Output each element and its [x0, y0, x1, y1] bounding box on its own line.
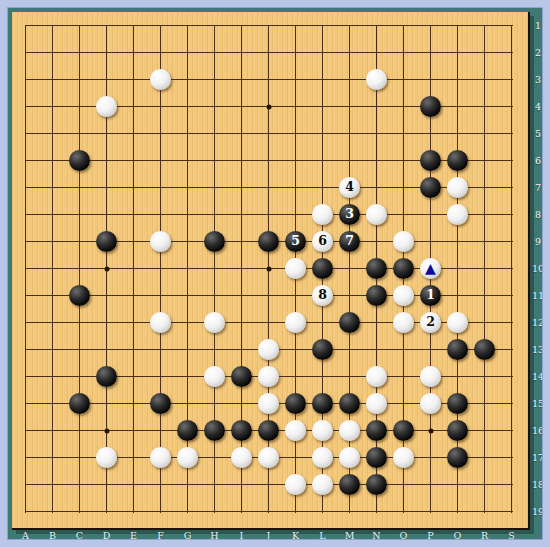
board-point-A14[interactable] [12, 363, 39, 390]
board-point-C19[interactable] [66, 498, 93, 525]
board-point-S1[interactable] [498, 12, 525, 39]
board-point-S14[interactable] [498, 363, 525, 390]
board-point-L1[interactable] [309, 12, 336, 39]
board-point-Q17[interactable] [444, 444, 471, 471]
board-point-N10[interactable] [363, 255, 390, 282]
board-point-A15[interactable] [12, 390, 39, 417]
board-point-G15[interactable] [174, 390, 201, 417]
board-point-H5[interactable] [201, 120, 228, 147]
board-point-I14[interactable] [228, 363, 255, 390]
board-point-P3[interactable] [417, 66, 444, 93]
board-point-R10[interactable] [471, 255, 498, 282]
board-point-D7[interactable] [93, 174, 120, 201]
board-point-B7[interactable] [39, 174, 66, 201]
board-point-E18[interactable] [120, 471, 147, 498]
board-point-B9[interactable] [39, 228, 66, 255]
board-point-M5[interactable] [336, 120, 363, 147]
board-point-S3[interactable] [498, 66, 525, 93]
board-point-E8[interactable] [120, 201, 147, 228]
board-point-A6[interactable] [12, 147, 39, 174]
board-point-E3[interactable] [120, 66, 147, 93]
board-point-H1[interactable] [201, 12, 228, 39]
board-point-K5[interactable] [282, 120, 309, 147]
board-point-A9[interactable] [12, 228, 39, 255]
board-point-D1[interactable] [93, 12, 120, 39]
board-point-Q5[interactable] [444, 120, 471, 147]
board-point-F15[interactable] [147, 390, 174, 417]
board-point-L10[interactable] [309, 255, 336, 282]
board-point-P7[interactable] [417, 174, 444, 201]
board-point-P19[interactable] [417, 498, 444, 525]
board-point-G18[interactable] [174, 471, 201, 498]
board-point-O7[interactable] [390, 174, 417, 201]
board-point-O5[interactable] [390, 120, 417, 147]
board-point-N17[interactable] [363, 444, 390, 471]
board-point-O3[interactable] [390, 66, 417, 93]
board-point-S11[interactable] [498, 282, 525, 309]
board-point-P9[interactable] [417, 228, 444, 255]
board-point-J16[interactable] [255, 417, 282, 444]
board-point-D8[interactable] [93, 201, 120, 228]
board-point-P13[interactable] [417, 336, 444, 363]
board-point-J18[interactable] [255, 471, 282, 498]
board-point-C2[interactable] [66, 39, 93, 66]
board-point-L2[interactable] [309, 39, 336, 66]
board-point-C11[interactable] [66, 282, 93, 309]
board-point-G16[interactable] [174, 417, 201, 444]
board-point-E16[interactable] [120, 417, 147, 444]
board-point-D13[interactable] [93, 336, 120, 363]
board-point-O19[interactable] [390, 498, 417, 525]
board-point-D14[interactable] [93, 363, 120, 390]
board-point-M4[interactable] [336, 93, 363, 120]
board-point-J2[interactable] [255, 39, 282, 66]
board-point-B8[interactable] [39, 201, 66, 228]
board-point-D2[interactable] [93, 39, 120, 66]
board-point-F6[interactable] [147, 147, 174, 174]
board-point-Q11[interactable] [444, 282, 471, 309]
board-point-G13[interactable] [174, 336, 201, 363]
board-point-C16[interactable] [66, 417, 93, 444]
board-point-R18[interactable] [471, 471, 498, 498]
board-point-C1[interactable] [66, 12, 93, 39]
board-point-M8[interactable]: 3 [336, 201, 363, 228]
board-point-O17[interactable] [390, 444, 417, 471]
board-point-R8[interactable] [471, 201, 498, 228]
board-point-K6[interactable] [282, 147, 309, 174]
board-point-L15[interactable] [309, 390, 336, 417]
board-point-D6[interactable] [93, 147, 120, 174]
board-point-P2[interactable] [417, 39, 444, 66]
board-point-K2[interactable] [282, 39, 309, 66]
board-point-L6[interactable] [309, 147, 336, 174]
board-point-L17[interactable] [309, 444, 336, 471]
board-point-C9[interactable] [66, 228, 93, 255]
board-point-C3[interactable] [66, 66, 93, 93]
board-point-I19[interactable] [228, 498, 255, 525]
board-point-F13[interactable] [147, 336, 174, 363]
board-point-R11[interactable] [471, 282, 498, 309]
board-point-E7[interactable] [120, 174, 147, 201]
board-point-Q13[interactable] [444, 336, 471, 363]
board-point-N2[interactable] [363, 39, 390, 66]
board-point-S5[interactable] [498, 120, 525, 147]
board-point-N14[interactable] [363, 363, 390, 390]
board-point-M9[interactable]: 7 [336, 228, 363, 255]
board-point-S17[interactable] [498, 444, 525, 471]
board-point-P1[interactable] [417, 12, 444, 39]
board-point-E19[interactable] [120, 498, 147, 525]
board-point-E9[interactable] [120, 228, 147, 255]
board-point-I11[interactable] [228, 282, 255, 309]
board-point-M17[interactable] [336, 444, 363, 471]
board-point-H6[interactable] [201, 147, 228, 174]
board-point-S8[interactable] [498, 201, 525, 228]
board-point-C5[interactable] [66, 120, 93, 147]
board-point-N4[interactable] [363, 93, 390, 120]
board-point-M7[interactable]: 4 [336, 174, 363, 201]
board-point-N15[interactable] [363, 390, 390, 417]
board-point-A5[interactable] [12, 120, 39, 147]
board-point-L14[interactable] [309, 363, 336, 390]
board-point-J6[interactable] [255, 147, 282, 174]
board-point-C7[interactable] [66, 174, 93, 201]
board-point-E2[interactable] [120, 39, 147, 66]
board-point-B15[interactable] [39, 390, 66, 417]
board-point-H18[interactable] [201, 471, 228, 498]
board-point-M14[interactable] [336, 363, 363, 390]
board-point-B10[interactable] [39, 255, 66, 282]
board-point-I10[interactable] [228, 255, 255, 282]
board-point-K13[interactable] [282, 336, 309, 363]
board-point-G5[interactable] [174, 120, 201, 147]
board-point-M18[interactable] [336, 471, 363, 498]
board-point-G12[interactable] [174, 309, 201, 336]
board-point-A10[interactable] [12, 255, 39, 282]
board-point-O18[interactable] [390, 471, 417, 498]
board-point-F11[interactable] [147, 282, 174, 309]
board-point-Q9[interactable] [444, 228, 471, 255]
board-point-H17[interactable] [201, 444, 228, 471]
board-point-J9[interactable] [255, 228, 282, 255]
board-point-E13[interactable] [120, 336, 147, 363]
board-point-O14[interactable] [390, 363, 417, 390]
board-point-O15[interactable] [390, 390, 417, 417]
board-point-H8[interactable] [201, 201, 228, 228]
board-point-B12[interactable] [39, 309, 66, 336]
board-point-G10[interactable] [174, 255, 201, 282]
board-point-I15[interactable] [228, 390, 255, 417]
board-point-R12[interactable] [471, 309, 498, 336]
board-point-L11[interactable]: 8 [309, 282, 336, 309]
board-point-M3[interactable] [336, 66, 363, 93]
board-point-E11[interactable] [120, 282, 147, 309]
board-point-C4[interactable] [66, 93, 93, 120]
board-point-G8[interactable] [174, 201, 201, 228]
board-point-A18[interactable] [12, 471, 39, 498]
board-point-K8[interactable] [282, 201, 309, 228]
board-point-N18[interactable] [363, 471, 390, 498]
board-point-H16[interactable] [201, 417, 228, 444]
board-point-J19[interactable] [255, 498, 282, 525]
board-point-B11[interactable] [39, 282, 66, 309]
board-point-K10[interactable] [282, 255, 309, 282]
board-point-F7[interactable] [147, 174, 174, 201]
board-point-J1[interactable] [255, 12, 282, 39]
board-point-A11[interactable] [12, 282, 39, 309]
board-point-K9[interactable]: 5 [282, 228, 309, 255]
board-point-S7[interactable] [498, 174, 525, 201]
board-point-K16[interactable] [282, 417, 309, 444]
board-point-R17[interactable] [471, 444, 498, 471]
board-point-I4[interactable] [228, 93, 255, 120]
board-point-O2[interactable] [390, 39, 417, 66]
board-point-O13[interactable] [390, 336, 417, 363]
board-point-L4[interactable] [309, 93, 336, 120]
board-point-I13[interactable] [228, 336, 255, 363]
board-point-Q18[interactable] [444, 471, 471, 498]
board-point-L13[interactable] [309, 336, 336, 363]
board-point-I7[interactable] [228, 174, 255, 201]
board-point-S13[interactable] [498, 336, 525, 363]
board-point-A16[interactable] [12, 417, 39, 444]
board-point-H4[interactable] [201, 93, 228, 120]
board-point-C13[interactable] [66, 336, 93, 363]
board-point-E5[interactable] [120, 120, 147, 147]
board-point-M2[interactable] [336, 39, 363, 66]
board-point-M10[interactable] [336, 255, 363, 282]
board-point-R1[interactable] [471, 12, 498, 39]
board-point-M6[interactable] [336, 147, 363, 174]
board-point-H11[interactable] [201, 282, 228, 309]
board-point-Q4[interactable] [444, 93, 471, 120]
board-point-Q14[interactable] [444, 363, 471, 390]
board-point-A4[interactable] [12, 93, 39, 120]
board-point-N16[interactable] [363, 417, 390, 444]
board-point-O12[interactable] [390, 309, 417, 336]
board-point-S16[interactable] [498, 417, 525, 444]
board-point-F8[interactable] [147, 201, 174, 228]
board-point-I12[interactable] [228, 309, 255, 336]
board-point-P14[interactable] [417, 363, 444, 390]
board-point-P6[interactable] [417, 147, 444, 174]
board-point-H9[interactable] [201, 228, 228, 255]
board-point-S15[interactable] [498, 390, 525, 417]
board-point-P10[interactable]: ▲ [417, 255, 444, 282]
board-point-E14[interactable] [120, 363, 147, 390]
board-point-H14[interactable] [201, 363, 228, 390]
board-point-D3[interactable] [93, 66, 120, 93]
board-point-Q16[interactable] [444, 417, 471, 444]
board-point-Q15[interactable] [444, 390, 471, 417]
board-point-S9[interactable] [498, 228, 525, 255]
board-point-B18[interactable] [39, 471, 66, 498]
board-point-K11[interactable] [282, 282, 309, 309]
board-point-N1[interactable] [363, 12, 390, 39]
board-point-R7[interactable] [471, 174, 498, 201]
board-point-N5[interactable] [363, 120, 390, 147]
board-point-K19[interactable] [282, 498, 309, 525]
board-point-I9[interactable] [228, 228, 255, 255]
board-point-R3[interactable] [471, 66, 498, 93]
board-point-F9[interactable] [147, 228, 174, 255]
board-point-P4[interactable] [417, 93, 444, 120]
board-point-Q6[interactable] [444, 147, 471, 174]
board-point-G11[interactable] [174, 282, 201, 309]
board-point-J17[interactable] [255, 444, 282, 471]
board-point-R13[interactable] [471, 336, 498, 363]
board-point-M16[interactable] [336, 417, 363, 444]
board-point-K18[interactable] [282, 471, 309, 498]
board-point-H19[interactable] [201, 498, 228, 525]
board-point-D9[interactable] [93, 228, 120, 255]
board-point-I17[interactable] [228, 444, 255, 471]
board-point-B2[interactable] [39, 39, 66, 66]
board-point-B13[interactable] [39, 336, 66, 363]
board-point-M13[interactable] [336, 336, 363, 363]
board-point-O11[interactable] [390, 282, 417, 309]
board-point-O8[interactable] [390, 201, 417, 228]
board-point-O6[interactable] [390, 147, 417, 174]
board-point-J11[interactable] [255, 282, 282, 309]
board-point-P8[interactable] [417, 201, 444, 228]
board-point-G17[interactable] [174, 444, 201, 471]
board-point-J13[interactable] [255, 336, 282, 363]
board-point-G2[interactable] [174, 39, 201, 66]
board-point-B6[interactable] [39, 147, 66, 174]
board-point-H12[interactable] [201, 309, 228, 336]
board-point-D4[interactable] [93, 93, 120, 120]
board-point-Q1[interactable] [444, 12, 471, 39]
board-point-H13[interactable] [201, 336, 228, 363]
board-point-N19[interactable] [363, 498, 390, 525]
board-point-N7[interactable] [363, 174, 390, 201]
board-point-C15[interactable] [66, 390, 93, 417]
board-point-Q8[interactable] [444, 201, 471, 228]
board-point-M11[interactable] [336, 282, 363, 309]
board-point-P18[interactable] [417, 471, 444, 498]
board-point-F18[interactable] [147, 471, 174, 498]
board-point-K15[interactable] [282, 390, 309, 417]
board-point-F14[interactable] [147, 363, 174, 390]
board-point-J8[interactable] [255, 201, 282, 228]
board-point-D17[interactable] [93, 444, 120, 471]
board-point-O10[interactable] [390, 255, 417, 282]
board-point-J14[interactable] [255, 363, 282, 390]
board-point-G9[interactable] [174, 228, 201, 255]
board-point-J15[interactable] [255, 390, 282, 417]
board-point-I5[interactable] [228, 120, 255, 147]
board-point-D19[interactable] [93, 498, 120, 525]
board-point-L7[interactable] [309, 174, 336, 201]
board-point-A17[interactable] [12, 444, 39, 471]
board-point-G1[interactable] [174, 12, 201, 39]
board-point-K17[interactable] [282, 444, 309, 471]
board-point-P11[interactable]: 1 [417, 282, 444, 309]
board-point-K7[interactable] [282, 174, 309, 201]
board-point-K1[interactable] [282, 12, 309, 39]
board-point-L16[interactable] [309, 417, 336, 444]
board-point-S19[interactable] [498, 498, 525, 525]
board-point-D11[interactable] [93, 282, 120, 309]
board-point-O16[interactable] [390, 417, 417, 444]
board-point-C17[interactable] [66, 444, 93, 471]
board-point-L3[interactable] [309, 66, 336, 93]
board-point-B5[interactable] [39, 120, 66, 147]
board-point-N9[interactable] [363, 228, 390, 255]
board-point-B3[interactable] [39, 66, 66, 93]
board-point-Q7[interactable] [444, 174, 471, 201]
board-point-N3[interactable] [363, 66, 390, 93]
board-point-Q12[interactable] [444, 309, 471, 336]
board-point-Q19[interactable] [444, 498, 471, 525]
board-point-H10[interactable] [201, 255, 228, 282]
board-point-D12[interactable] [93, 309, 120, 336]
board-point-S12[interactable] [498, 309, 525, 336]
board-point-S4[interactable] [498, 93, 525, 120]
board-point-S18[interactable] [498, 471, 525, 498]
board-point-G19[interactable] [174, 498, 201, 525]
board-point-E1[interactable] [120, 12, 147, 39]
board-point-R5[interactable] [471, 120, 498, 147]
board-point-P12[interactable]: 2 [417, 309, 444, 336]
board-point-I2[interactable] [228, 39, 255, 66]
board-point-Q3[interactable] [444, 66, 471, 93]
board-point-P17[interactable] [417, 444, 444, 471]
board-point-N6[interactable] [363, 147, 390, 174]
board-point-F4[interactable] [147, 93, 174, 120]
board-point-G14[interactable] [174, 363, 201, 390]
board-point-E6[interactable] [120, 147, 147, 174]
board-point-L18[interactable] [309, 471, 336, 498]
board-point-I3[interactable] [228, 66, 255, 93]
board-point-B4[interactable] [39, 93, 66, 120]
board-point-J12[interactable] [255, 309, 282, 336]
board-point-C18[interactable] [66, 471, 93, 498]
board-point-C12[interactable] [66, 309, 93, 336]
board-point-D5[interactable] [93, 120, 120, 147]
board-point-L19[interactable] [309, 498, 336, 525]
board-point-N11[interactable] [363, 282, 390, 309]
board-point-F5[interactable] [147, 120, 174, 147]
board-point-F3[interactable] [147, 66, 174, 93]
board-point-M15[interactable] [336, 390, 363, 417]
board-point-G7[interactable] [174, 174, 201, 201]
board-point-F19[interactable] [147, 498, 174, 525]
board-point-K12[interactable] [282, 309, 309, 336]
board-point-I18[interactable] [228, 471, 255, 498]
board-point-R4[interactable] [471, 93, 498, 120]
board-point-R14[interactable] [471, 363, 498, 390]
board-point-R9[interactable] [471, 228, 498, 255]
board-point-I8[interactable] [228, 201, 255, 228]
board-point-F12[interactable] [147, 309, 174, 336]
board-point-L9[interactable]: 6 [309, 228, 336, 255]
board-point-E10[interactable] [120, 255, 147, 282]
board-point-B19[interactable] [39, 498, 66, 525]
board-point-R6[interactable] [471, 147, 498, 174]
board-point-E17[interactable] [120, 444, 147, 471]
board-point-A12[interactable] [12, 309, 39, 336]
board-point-J7[interactable] [255, 174, 282, 201]
board-point-B16[interactable] [39, 417, 66, 444]
board-point-K3[interactable] [282, 66, 309, 93]
board-point-C6[interactable] [66, 147, 93, 174]
board-point-K4[interactable] [282, 93, 309, 120]
board-point-M12[interactable] [336, 309, 363, 336]
board-point-M19[interactable] [336, 498, 363, 525]
board-point-I1[interactable] [228, 12, 255, 39]
